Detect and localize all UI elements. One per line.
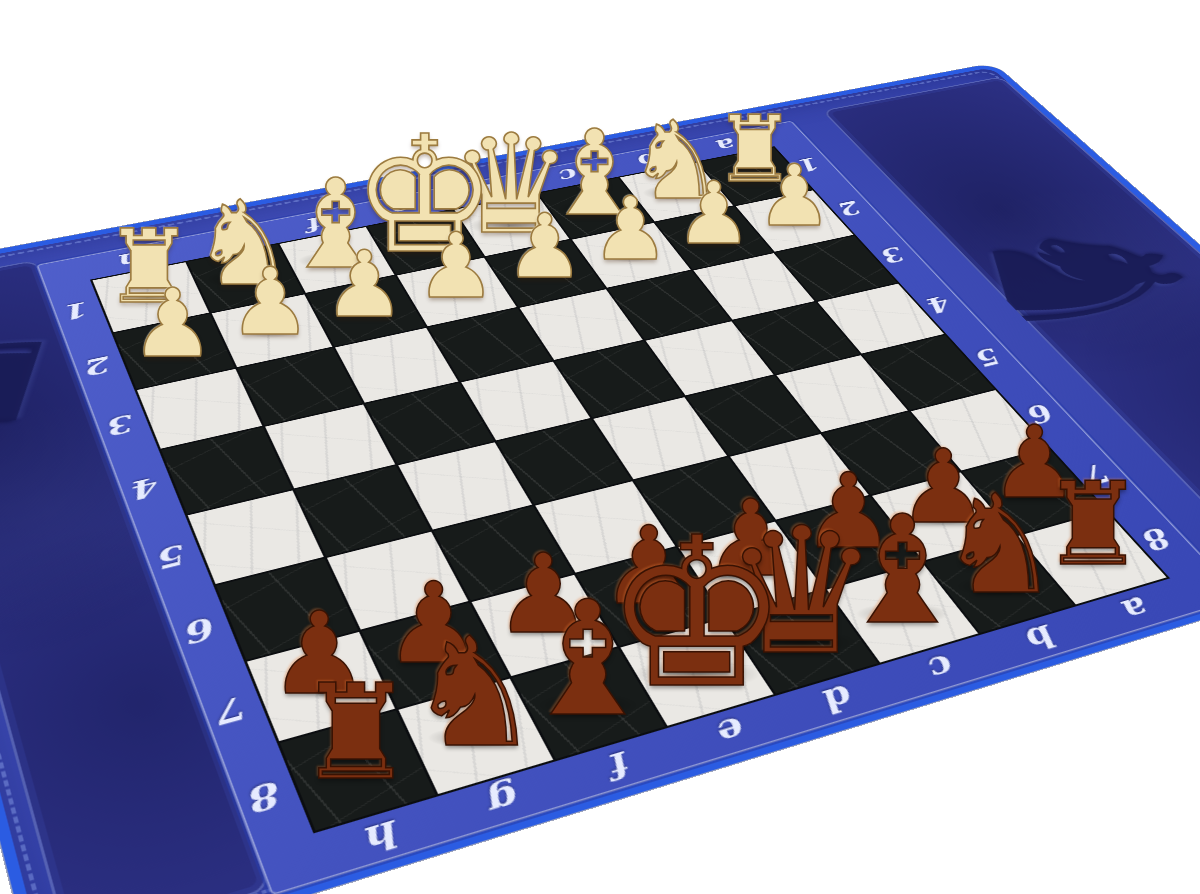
white-pawn-c2[interactable]: ♟ bbox=[591, 186, 669, 273]
white-pawn-h2[interactable]: ♟ bbox=[130, 276, 215, 371]
white-pawn-b2[interactable]: ♟ bbox=[675, 169, 752, 255]
photo-backdrop: ♞ ♞ aabbccddeeffgghh1122334455667788 ♜♞♝… bbox=[0, 0, 1200, 894]
white-pawn-f2[interactable]: ♟ bbox=[324, 238, 406, 330]
white-pawn-d2[interactable]: ♟ bbox=[505, 203, 584, 292]
white-pawn-e2[interactable]: ♟ bbox=[416, 220, 497, 310]
white-pawn-g2[interactable]: ♟ bbox=[228, 257, 311, 350]
white-pawn-a2[interactable]: ♟ bbox=[757, 154, 833, 239]
black-rook-h8[interactable]: ♜ bbox=[297, 667, 415, 799]
black-knight-g8[interactable]: ♞ bbox=[407, 618, 542, 769]
